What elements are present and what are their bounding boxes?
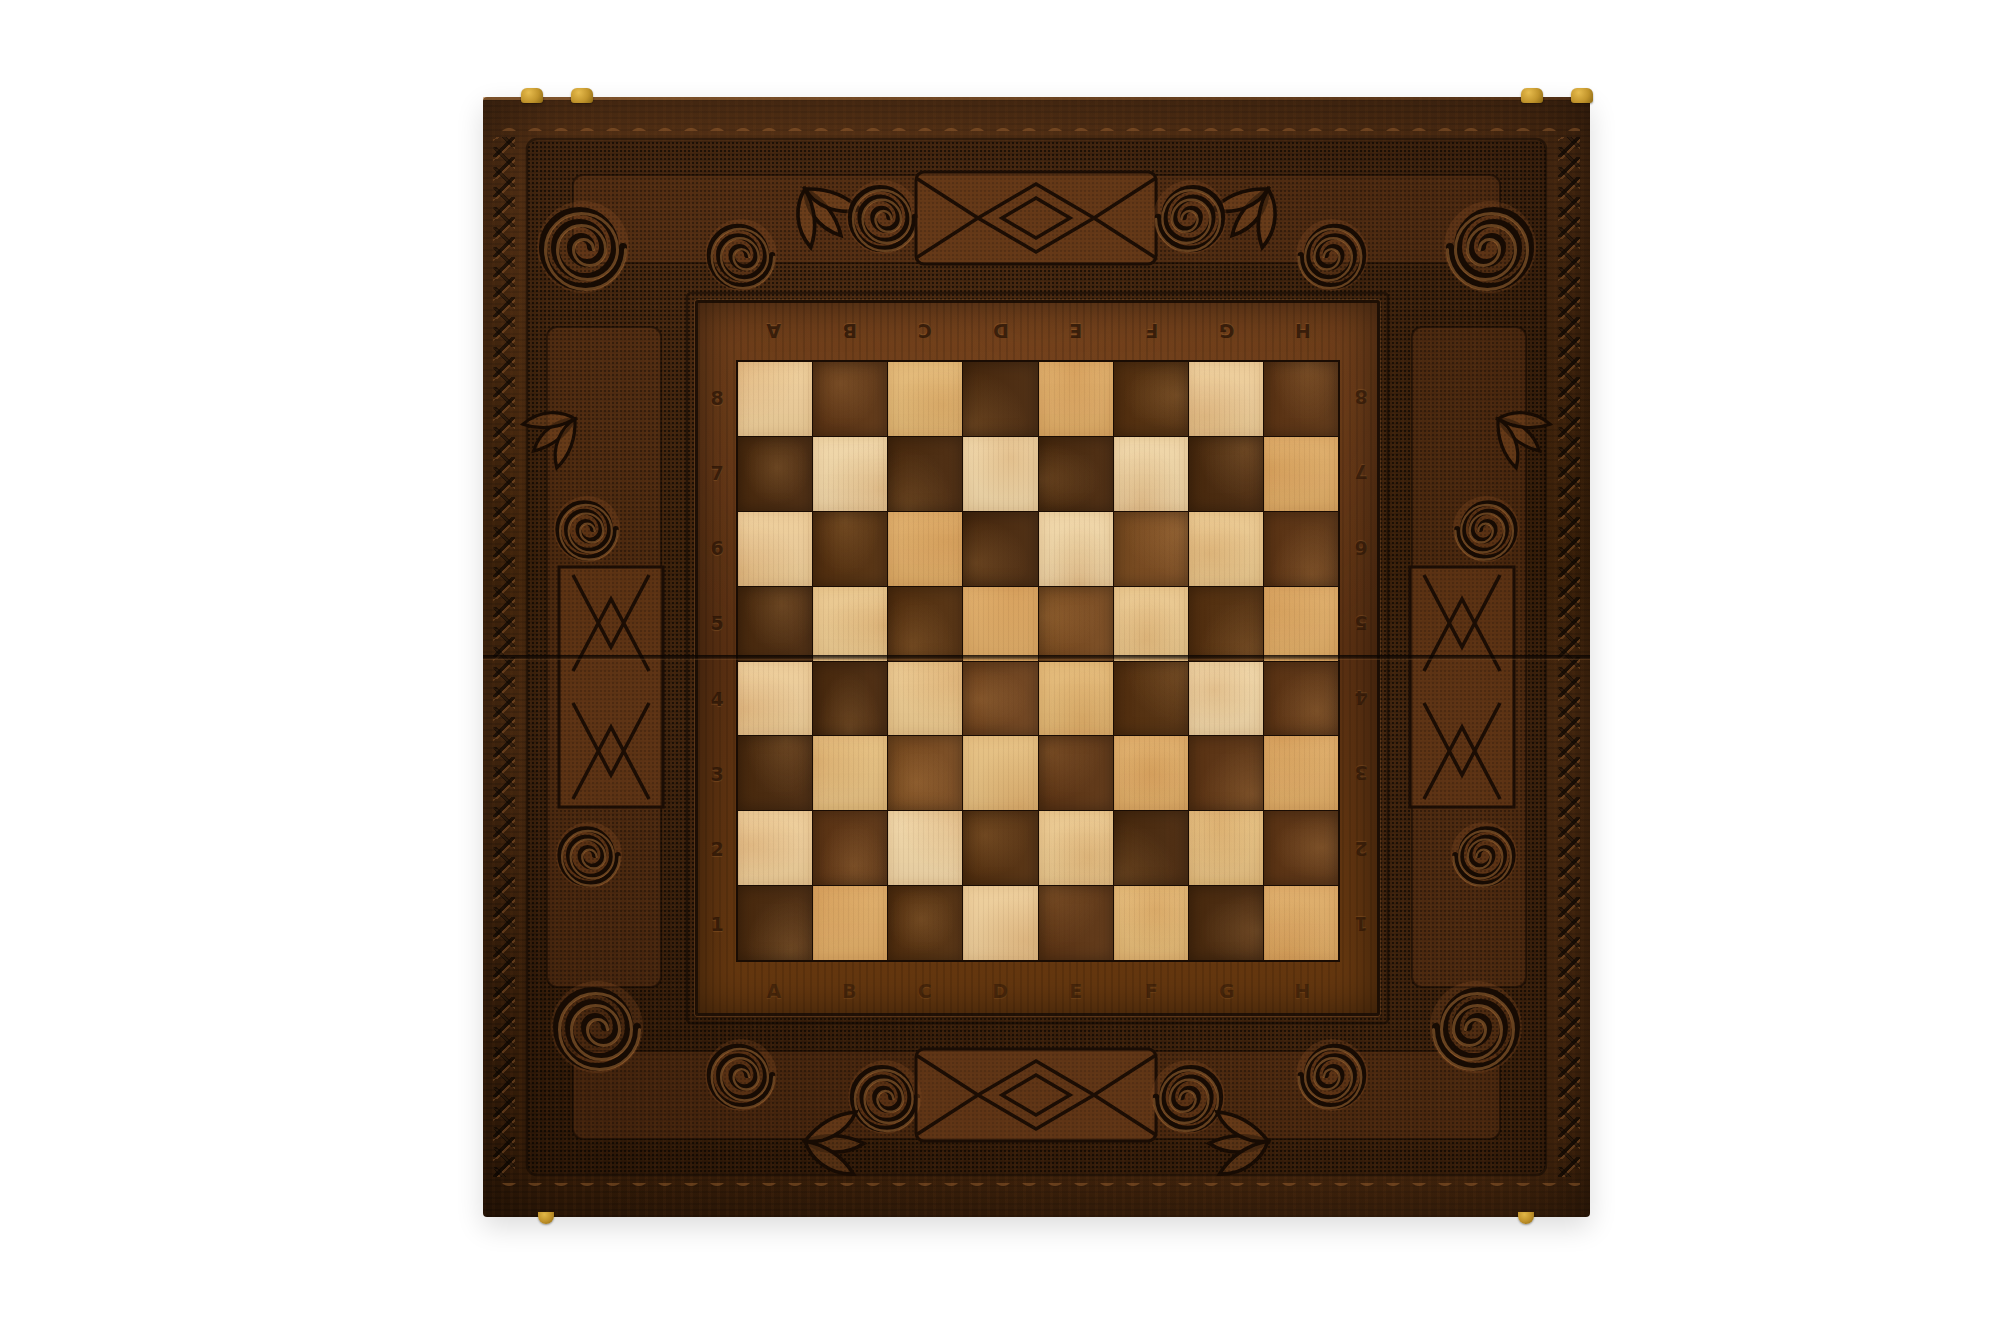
square-c3[interactable] <box>888 736 962 810</box>
square-h6[interactable] <box>1264 512 1338 586</box>
coordinate-label: H <box>1265 303 1341 360</box>
square-c4[interactable] <box>888 662 962 736</box>
square-c2[interactable] <box>888 811 962 885</box>
square-a5[interactable] <box>738 587 812 661</box>
carved-chess-board-box: ABCDEFGH ABCDEFGH 87654321 87654321 <box>483 97 1590 1217</box>
square-e3[interactable] <box>1039 736 1113 810</box>
square-a1[interactable] <box>738 886 812 960</box>
square-e4[interactable] <box>1039 662 1113 736</box>
square-b3[interactable] <box>813 736 887 810</box>
square-e8[interactable] <box>1039 362 1113 436</box>
square-e2[interactable] <box>1039 811 1113 885</box>
square-g5[interactable] <box>1189 587 1263 661</box>
coordinate-label: 6 <box>698 511 736 586</box>
coordinate-label: 7 <box>1339 435 1383 510</box>
coordinate-label: 4 <box>698 661 736 736</box>
fold-seam <box>483 655 1590 660</box>
brass-hinge-right <box>1521 88 1593 103</box>
square-g3[interactable] <box>1189 736 1263 810</box>
square-a7[interactable] <box>738 437 812 511</box>
rank-labels-left: 87654321 <box>698 360 736 962</box>
square-d8[interactable] <box>963 362 1037 436</box>
square-a8[interactable] <box>738 362 812 436</box>
square-b1[interactable] <box>813 886 887 960</box>
square-b8[interactable] <box>813 362 887 436</box>
square-g4[interactable] <box>1189 662 1263 736</box>
brass-pin-left <box>538 1212 554 1224</box>
square-d7[interactable] <box>963 437 1037 511</box>
square-h5[interactable] <box>1264 587 1338 661</box>
coordinate-label: 1 <box>698 887 736 962</box>
brass-hinge-left <box>521 88 593 103</box>
square-e5[interactable] <box>1039 587 1113 661</box>
coordinate-label: 3 <box>698 736 736 811</box>
coordinate-label: F <box>1114 303 1190 360</box>
file-labels-top: ABCDEFGH <box>736 303 1340 360</box>
square-g2[interactable] <box>1189 811 1263 885</box>
square-c1[interactable] <box>888 886 962 960</box>
coordinate-label: 2 <box>1339 812 1383 887</box>
square-f1[interactable] <box>1114 886 1188 960</box>
coordinate-label: C <box>887 303 963 360</box>
square-b6[interactable] <box>813 512 887 586</box>
square-d4[interactable] <box>963 662 1037 736</box>
coordinate-label: 3 <box>1339 736 1383 811</box>
square-g6[interactable] <box>1189 512 1263 586</box>
square-f4[interactable] <box>1114 662 1188 736</box>
square-e6[interactable] <box>1039 512 1113 586</box>
square-d1[interactable] <box>963 886 1037 960</box>
square-g8[interactable] <box>1189 362 1263 436</box>
square-g1[interactable] <box>1189 886 1263 960</box>
hinge-knuckle <box>571 88 593 103</box>
square-d2[interactable] <box>963 811 1037 885</box>
file-labels-bottom: ABCDEFGH <box>736 962 1340 1019</box>
coordinate-label: E <box>1038 303 1114 360</box>
square-g7[interactable] <box>1189 437 1263 511</box>
coordinate-label: 2 <box>698 812 736 887</box>
square-c8[interactable] <box>888 362 962 436</box>
coordinate-label: G <box>1189 303 1265 360</box>
chess-grid[interactable] <box>736 360 1340 962</box>
coordinate-label: 7 <box>698 435 736 510</box>
square-d6[interactable] <box>963 512 1037 586</box>
product-photo-stage: ABCDEFGH ABCDEFGH 87654321 87654321 <box>0 0 2000 1333</box>
coordinate-label: 8 <box>698 360 736 435</box>
coordinate-label: E <box>1038 962 1114 1019</box>
square-b2[interactable] <box>813 811 887 885</box>
square-f2[interactable] <box>1114 811 1188 885</box>
coordinate-label: 5 <box>698 586 736 661</box>
coordinate-label: C <box>887 962 963 1019</box>
square-f3[interactable] <box>1114 736 1188 810</box>
square-h8[interactable] <box>1264 362 1338 436</box>
square-b4[interactable] <box>813 662 887 736</box>
square-c5[interactable] <box>888 587 962 661</box>
square-f6[interactable] <box>1114 512 1188 586</box>
hinge-knuckle <box>1571 88 1593 103</box>
coordinate-label: D <box>963 962 1039 1019</box>
square-e7[interactable] <box>1039 437 1113 511</box>
square-c6[interactable] <box>888 512 962 586</box>
brass-pin-right <box>1518 1212 1534 1224</box>
coordinate-label: B <box>812 962 888 1019</box>
square-f8[interactable] <box>1114 362 1188 436</box>
square-b7[interactable] <box>813 437 887 511</box>
square-f5[interactable] <box>1114 587 1188 661</box>
coordinate-label: 8 <box>1339 360 1383 435</box>
coordinate-label: H <box>1265 962 1341 1019</box>
square-h4[interactable] <box>1264 662 1338 736</box>
coordinate-label: 1 <box>1339 887 1383 962</box>
square-e1[interactable] <box>1039 886 1113 960</box>
square-b5[interactable] <box>813 587 887 661</box>
coordinate-label: A <box>736 303 812 360</box>
coordinate-label: 5 <box>1339 586 1383 661</box>
coordinate-label: B <box>812 303 888 360</box>
coordinate-label: 6 <box>1339 511 1383 586</box>
square-d3[interactable] <box>963 736 1037 810</box>
coordinate-label: 4 <box>1339 661 1383 736</box>
square-a6[interactable] <box>738 512 812 586</box>
square-h3[interactable] <box>1264 736 1338 810</box>
square-h1[interactable] <box>1264 886 1338 960</box>
coordinate-label: A <box>736 962 812 1019</box>
hinge-knuckle <box>521 88 543 103</box>
square-f7[interactable] <box>1114 437 1188 511</box>
square-d5[interactable] <box>963 587 1037 661</box>
square-a3[interactable] <box>738 736 812 810</box>
hinge-knuckle <box>1521 88 1543 103</box>
square-a4[interactable] <box>738 662 812 736</box>
square-c7[interactable] <box>888 437 962 511</box>
square-a2[interactable] <box>738 811 812 885</box>
coordinate-label: G <box>1189 962 1265 1019</box>
rank-labels-right: 87654321 <box>1339 360 1383 962</box>
square-h7[interactable] <box>1264 437 1338 511</box>
coordinate-label: F <box>1114 962 1190 1019</box>
square-h2[interactable] <box>1264 811 1338 885</box>
coordinate-label: D <box>963 303 1039 360</box>
